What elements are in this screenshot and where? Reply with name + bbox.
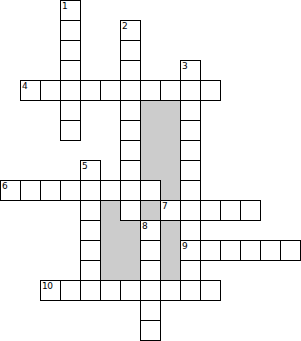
grid-cell[interactable] xyxy=(140,320,161,341)
grid-cell[interactable] xyxy=(60,60,81,81)
grid-cell[interactable] xyxy=(180,180,201,201)
grid-cell[interactable] xyxy=(100,180,121,201)
grid-cell[interactable]: 8 xyxy=(140,220,161,241)
grid-cell[interactable] xyxy=(120,180,141,201)
grid-cell[interactable]: 7 xyxy=(160,200,181,221)
grid-cell[interactable] xyxy=(180,220,201,241)
grid-cell[interactable] xyxy=(200,240,221,261)
blocked-cell xyxy=(160,260,181,281)
grid-cell[interactable] xyxy=(60,100,81,121)
grid-cell[interactable] xyxy=(140,280,161,301)
blocked-cell xyxy=(120,220,141,241)
blocked-cell xyxy=(140,100,161,121)
clue-number: 5 xyxy=(82,161,87,171)
grid-cell[interactable] xyxy=(80,220,101,241)
blocked-cell xyxy=(120,260,141,281)
grid-cell[interactable] xyxy=(200,200,221,221)
grid-cell[interactable] xyxy=(120,140,141,161)
grid-cell[interactable] xyxy=(180,120,201,141)
grid-cell[interactable] xyxy=(120,200,141,221)
grid-cell[interactable] xyxy=(140,260,161,281)
grid-cell[interactable] xyxy=(60,120,81,141)
grid-cell[interactable] xyxy=(280,240,301,261)
grid-cell[interactable]: 10 xyxy=(40,280,61,301)
blocked-cell xyxy=(160,100,181,121)
grid-cell[interactable]: 6 xyxy=(0,180,21,201)
grid-cell[interactable]: 2 xyxy=(120,20,141,41)
grid-cell[interactable] xyxy=(120,40,141,61)
grid-cell[interactable] xyxy=(180,260,201,281)
grid-cell[interactable] xyxy=(140,300,161,321)
clue-number: 7 xyxy=(162,201,167,211)
blocked-cell xyxy=(100,200,121,221)
grid-cell[interactable] xyxy=(20,180,41,201)
grid-cell[interactable]: 5 xyxy=(80,160,101,181)
grid-cell[interactable] xyxy=(220,240,241,261)
blocked-cell xyxy=(160,240,181,261)
clue-number: 6 xyxy=(2,181,7,191)
blocked-cell xyxy=(160,160,181,181)
blocked-cell xyxy=(160,220,181,241)
clue-number: 4 xyxy=(22,81,27,91)
blocked-cell xyxy=(160,180,181,201)
clue-number: 8 xyxy=(142,221,147,231)
grid-cell[interactable]: 4 xyxy=(20,80,41,101)
blocked-cell xyxy=(160,120,181,141)
grid-cell[interactable]: 1 xyxy=(60,0,81,21)
blocked-cell xyxy=(160,140,181,161)
grid-cell[interactable] xyxy=(80,200,101,221)
grid-cell[interactable] xyxy=(120,160,141,181)
grid-cell[interactable] xyxy=(160,280,181,301)
grid-cell[interactable] xyxy=(140,240,161,261)
grid-cell[interactable] xyxy=(240,240,261,261)
grid-cell[interactable]: 3 xyxy=(180,60,201,81)
clue-number: 1 xyxy=(62,1,67,11)
grid-cell[interactable] xyxy=(100,80,121,101)
grid-cell[interactable] xyxy=(220,200,241,221)
blocked-cell xyxy=(140,200,161,221)
grid-cell[interactable] xyxy=(80,260,101,281)
grid-cell[interactable] xyxy=(180,100,201,121)
grid-cell[interactable] xyxy=(180,280,201,301)
grid-cell[interactable] xyxy=(180,80,201,101)
grid-cell[interactable] xyxy=(40,180,61,201)
grid-cell[interactable] xyxy=(180,160,201,181)
blocked-cell xyxy=(140,160,161,181)
grid-cell[interactable] xyxy=(60,180,81,201)
blocked-cell xyxy=(140,140,161,161)
clue-number: 10 xyxy=(42,281,52,291)
grid-cell[interactable] xyxy=(60,280,81,301)
blocked-cell xyxy=(120,240,141,261)
grid-cell[interactable] xyxy=(140,180,161,201)
grid-cell[interactable] xyxy=(60,20,81,41)
grid-cell[interactable] xyxy=(120,100,141,121)
grid-cell[interactable] xyxy=(120,80,141,101)
grid-cell[interactable] xyxy=(80,80,101,101)
grid-cell[interactable] xyxy=(180,200,201,221)
grid-cell[interactable] xyxy=(100,280,121,301)
grid-cell[interactable] xyxy=(260,240,281,261)
grid-cell[interactable] xyxy=(120,120,141,141)
grid-cell[interactable]: 9 xyxy=(180,240,201,261)
clue-number: 3 xyxy=(182,61,187,71)
grid-cell[interactable] xyxy=(40,80,61,101)
grid-cell[interactable] xyxy=(140,80,161,101)
blocked-cell xyxy=(100,240,121,261)
grid-cell[interactable] xyxy=(200,80,221,101)
grid-cell[interactable] xyxy=(120,280,141,301)
clue-number: 2 xyxy=(122,21,127,31)
grid-cell[interactable] xyxy=(160,80,181,101)
blocked-cell xyxy=(100,260,121,281)
grid-cell[interactable] xyxy=(80,280,101,301)
grid-cell[interactable] xyxy=(120,60,141,81)
grid-cell[interactable] xyxy=(80,180,101,201)
grid-cell[interactable] xyxy=(60,40,81,61)
crossword-grid: 12345678910 xyxy=(0,0,301,341)
grid-cell[interactable] xyxy=(240,200,261,221)
clue-number: 9 xyxy=(182,241,187,251)
grid-cell[interactable] xyxy=(200,280,221,301)
blocked-cell xyxy=(100,220,121,241)
grid-cell[interactable] xyxy=(180,140,201,161)
grid-cell[interactable] xyxy=(60,80,81,101)
blocked-cell xyxy=(140,120,161,141)
grid-cell[interactable] xyxy=(80,240,101,261)
